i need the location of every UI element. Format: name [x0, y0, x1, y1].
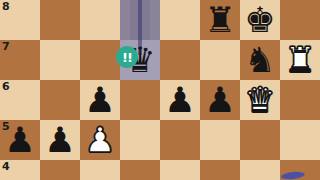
- square-c6[interactable]: ♟: [80, 80, 120, 120]
- square-h5[interactable]: [280, 120, 320, 160]
- square-d6[interactable]: [120, 80, 160, 120]
- rank-label-4: 4: [2, 160, 10, 173]
- black-pawn-b5[interactable]: ♟: [40, 120, 80, 160]
- brilliant-move-badge: !!: [116, 46, 138, 68]
- white-pawn-c5[interactable]: ♟: [80, 120, 120, 160]
- square-f6[interactable]: ♟: [200, 80, 240, 120]
- black-pawn-f6[interactable]: ♟: [200, 80, 240, 120]
- square-e8[interactable]: [160, 0, 200, 40]
- black-king-g8[interactable]: ♚: [240, 0, 280, 40]
- square-b4[interactable]: [40, 160, 80, 180]
- rank-label-8: 8: [2, 0, 10, 13]
- square-g7[interactable]: ♞: [240, 40, 280, 80]
- chess-board: 8♜♚7♛♞♜6♟♟♟♛5♟♟♟4: [0, 0, 320, 180]
- square-g5[interactable]: [240, 120, 280, 160]
- square-a8[interactable]: 8: [0, 0, 40, 40]
- square-f4[interactable]: [200, 160, 240, 180]
- black-pawn-c6[interactable]: ♟: [80, 80, 120, 120]
- square-f5[interactable]: [200, 120, 240, 160]
- square-b8[interactable]: [40, 0, 80, 40]
- black-pawn-e6[interactable]: ♟: [160, 80, 200, 120]
- square-h7[interactable]: ♜: [280, 40, 320, 80]
- square-b6[interactable]: [40, 80, 80, 120]
- square-g6[interactable]: ♛: [240, 80, 280, 120]
- square-c4[interactable]: [80, 160, 120, 180]
- square-e5[interactable]: [160, 120, 200, 160]
- square-h8[interactable]: [280, 0, 320, 40]
- square-f7[interactable]: [200, 40, 240, 80]
- square-b7[interactable]: [40, 40, 80, 80]
- square-h6[interactable]: [280, 80, 320, 120]
- black-rook-f8[interactable]: ♜: [200, 0, 240, 40]
- rank-label-7: 7: [2, 40, 10, 53]
- square-a5[interactable]: 5♟: [0, 120, 40, 160]
- brilliant-badge-label: !!: [122, 50, 132, 65]
- square-f8[interactable]: ♜: [200, 0, 240, 40]
- white-rook-h7[interactable]: ♜: [280, 40, 320, 80]
- square-a4[interactable]: 4: [0, 160, 40, 180]
- chess-analysis-screenshot: 8♜♚7♛♞♜6♟♟♟♛5♟♟♟4 !!: [0, 0, 320, 180]
- square-d5[interactable]: [120, 120, 160, 160]
- black-knight-g7[interactable]: ♞: [240, 40, 280, 80]
- rank-label-5: 5: [2, 120, 10, 133]
- square-a6[interactable]: 6: [0, 80, 40, 120]
- square-g8[interactable]: ♚: [240, 0, 280, 40]
- square-e4[interactable]: [160, 160, 200, 180]
- square-c5[interactable]: ♟: [80, 120, 120, 160]
- square-a7[interactable]: 7: [0, 40, 40, 80]
- white-queen-g6[interactable]: ♛: [240, 80, 280, 120]
- square-e7[interactable]: [160, 40, 200, 80]
- square-c7[interactable]: [80, 40, 120, 80]
- square-d4[interactable]: [120, 160, 160, 180]
- square-c8[interactable]: [80, 0, 120, 40]
- square-e6[interactable]: ♟: [160, 80, 200, 120]
- square-g4[interactable]: [240, 160, 280, 180]
- square-b5[interactable]: ♟: [40, 120, 80, 160]
- rank-label-6: 6: [2, 80, 10, 93]
